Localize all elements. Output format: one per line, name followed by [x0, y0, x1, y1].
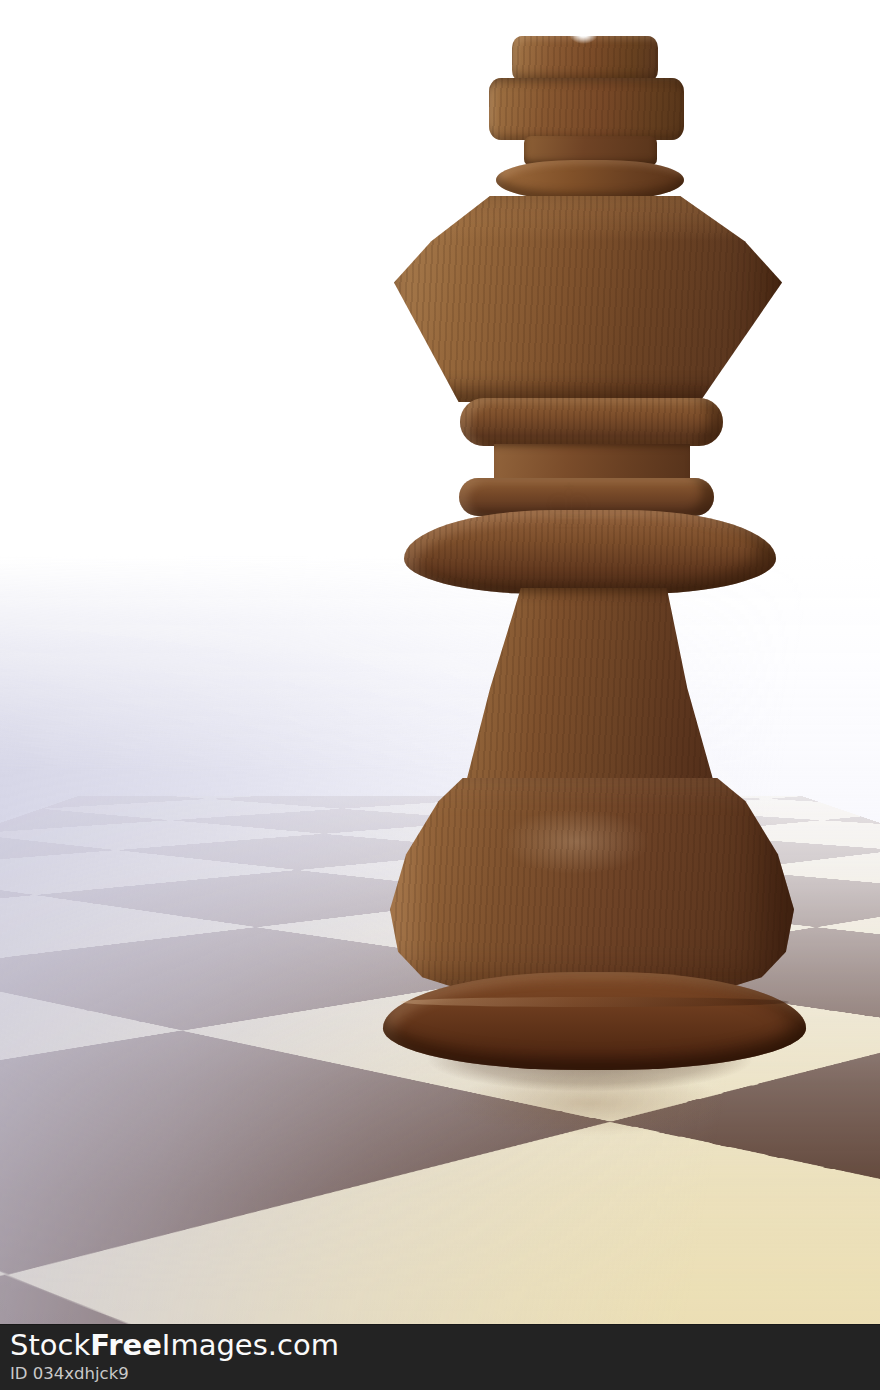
- king-cross-arm: [489, 78, 684, 140]
- king-upper-ring: [460, 398, 723, 446]
- king-collar-knob: [496, 160, 684, 200]
- king-crown-cone: [392, 196, 784, 402]
- watermark-site-text: StockFreeImages.com: [10, 1329, 339, 1362]
- king-stem: [462, 588, 718, 788]
- watermark-bar: StockFreeImages.com ID 034xdhjck9: [0, 1324, 880, 1390]
- king-neck-cylinder: [494, 444, 690, 482]
- king-skirt-disc: [404, 510, 776, 594]
- king-cross-top: [512, 36, 658, 82]
- black-king-piece: ♚: [0, 0, 880, 1390]
- watermark-site-bold: Free: [90, 1328, 162, 1362]
- king-base: [383, 972, 806, 1070]
- watermark-site-prefix: Stock: [10, 1328, 90, 1362]
- scene: ♚ StockFreeImages.com ID 034xdhjck9: [0, 0, 880, 1390]
- king-bell-body: [390, 778, 794, 990]
- watermark-id-text: ID 034xdhjck9: [10, 1364, 129, 1383]
- watermark-site-suffix: Images.com: [162, 1328, 339, 1362]
